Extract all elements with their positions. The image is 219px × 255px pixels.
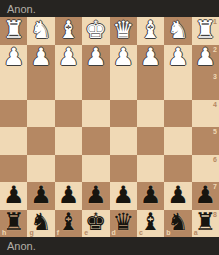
black-pawn[interactable]: ♟ [167, 183, 189, 207]
square-g5[interactable] [27, 127, 54, 155]
square-a6[interactable]: 6 [192, 155, 219, 183]
white-king[interactable]: ♚ [85, 18, 107, 42]
white-pawn[interactable]: ♟ [167, 45, 189, 69]
square-c6[interactable] [137, 155, 164, 183]
rank-label-8: 8 [213, 211, 217, 218]
square-f1[interactable]: ♝ [55, 17, 82, 45]
square-f8[interactable]: ♝f [55, 210, 82, 238]
player-name-top: Anon. [7, 3, 36, 15]
chess-board[interactable]: ♜♞♝♚♛♝♞♜1♟♟♟♟♟♟♟♟23456♟♟♟♟♟♟♟♟7♜h♞g♝f♚e♛… [0, 17, 219, 237]
file-label-e: e [84, 229, 88, 236]
file-label-d: d [112, 229, 116, 236]
square-b6[interactable] [164, 155, 191, 183]
square-e5[interactable] [82, 127, 109, 155]
square-g1[interactable]: ♞ [27, 17, 54, 45]
rank-label-1: 1 [213, 18, 217, 25]
black-bishop[interactable]: ♝ [140, 210, 162, 234]
white-pawn[interactable]: ♟ [3, 45, 25, 69]
black-pawn[interactable]: ♟ [85, 183, 107, 207]
square-b3[interactable] [164, 72, 191, 100]
player-bar-bottom: Anon. [0, 237, 219, 255]
square-b1[interactable]: ♞ [164, 17, 191, 45]
square-d5[interactable] [110, 127, 137, 155]
file-label-h: h [2, 229, 6, 236]
square-f6[interactable] [55, 155, 82, 183]
square-f3[interactable] [55, 72, 82, 100]
square-e4[interactable] [82, 100, 109, 128]
square-e1[interactable]: ♚ [82, 17, 109, 45]
square-e8[interactable]: ♚e [82, 210, 109, 238]
square-a1[interactable]: ♜1 [192, 17, 219, 45]
file-label-b: b [166, 229, 170, 236]
black-king[interactable]: ♚ [85, 210, 107, 234]
square-c5[interactable] [137, 127, 164, 155]
square-c4[interactable] [137, 100, 164, 128]
square-h5[interactable] [0, 127, 27, 155]
rank-label-5: 5 [213, 128, 217, 135]
player-bar-top: Anon. [0, 0, 219, 17]
square-b5[interactable] [164, 127, 191, 155]
white-pawn[interactable]: ♟ [58, 45, 80, 69]
square-g2[interactable]: ♟ [27, 45, 54, 73]
square-d2[interactable]: ♟ [110, 45, 137, 73]
square-f2[interactable]: ♟ [55, 45, 82, 73]
square-g4[interactable] [27, 100, 54, 128]
black-pawn[interactable]: ♟ [3, 183, 25, 207]
rank-label-6: 6 [213, 156, 217, 163]
square-f4[interactable] [55, 100, 82, 128]
square-a8[interactable]: ♜8a [192, 210, 219, 238]
square-c3[interactable] [137, 72, 164, 100]
square-b8[interactable]: ♞b [164, 210, 191, 238]
square-g6[interactable] [27, 155, 54, 183]
square-c8[interactable]: ♝c [137, 210, 164, 238]
square-d8[interactable]: ♛d [110, 210, 137, 238]
black-bishop[interactable]: ♝ [58, 210, 80, 234]
square-c2[interactable]: ♟ [137, 45, 164, 73]
square-g7[interactable]: ♟ [27, 182, 54, 210]
player-name-bottom: Anon. [7, 240, 36, 252]
black-pawn[interactable]: ♟ [112, 183, 134, 207]
square-a5[interactable]: 5 [192, 127, 219, 155]
rank-label-3: 3 [213, 73, 217, 80]
file-label-c: c [139, 229, 143, 236]
square-e3[interactable] [82, 72, 109, 100]
white-bishop[interactable]: ♝ [58, 18, 80, 42]
square-f7[interactable]: ♟ [55, 182, 82, 210]
square-e6[interactable] [82, 155, 109, 183]
square-d3[interactable] [110, 72, 137, 100]
square-a4[interactable]: 4 [192, 100, 219, 128]
square-d6[interactable] [110, 155, 137, 183]
white-bishop[interactable]: ♝ [140, 18, 162, 42]
square-h3[interactable] [0, 72, 27, 100]
square-h7[interactable]: ♟ [0, 182, 27, 210]
white-pawn[interactable]: ♟ [85, 45, 107, 69]
chess-app: Anon. ♜♞♝♚♛♝♞♜1♟♟♟♟♟♟♟♟23456♟♟♟♟♟♟♟♟7♜h♞… [0, 0, 219, 255]
white-queen[interactable]: ♛ [112, 18, 134, 42]
square-b2[interactable]: ♟ [164, 45, 191, 73]
rank-label-2: 2 [213, 46, 217, 53]
square-a7[interactable]: ♟7 [192, 182, 219, 210]
white-rook[interactable]: ♜ [3, 18, 25, 42]
square-a3[interactable]: 3 [192, 72, 219, 100]
square-e2[interactable]: ♟ [82, 45, 109, 73]
white-knight[interactable]: ♞ [30, 18, 52, 42]
square-b4[interactable] [164, 100, 191, 128]
file-label-a: a [194, 229, 198, 236]
square-h1[interactable]: ♜ [0, 17, 27, 45]
black-pawn[interactable]: ♟ [30, 183, 52, 207]
square-h4[interactable] [0, 100, 27, 128]
white-pawn[interactable]: ♟ [140, 45, 162, 69]
square-g3[interactable] [27, 72, 54, 100]
square-f5[interactable] [55, 127, 82, 155]
square-g8[interactable]: ♞g [27, 210, 54, 238]
square-h8[interactable]: ♜h [0, 210, 27, 238]
square-d4[interactable] [110, 100, 137, 128]
square-b7[interactable]: ♟ [164, 182, 191, 210]
square-c7[interactable]: ♟ [137, 182, 164, 210]
white-pawn[interactable]: ♟ [30, 45, 52, 69]
file-label-g: g [29, 229, 33, 236]
square-e7[interactable]: ♟ [82, 182, 109, 210]
black-pawn[interactable]: ♟ [58, 183, 80, 207]
square-a2[interactable]: ♟2 [192, 45, 219, 73]
square-h6[interactable] [0, 155, 27, 183]
file-label-f: f [57, 229, 59, 236]
square-d1[interactable]: ♛ [110, 17, 137, 45]
square-d7[interactable]: ♟ [110, 182, 137, 210]
white-knight[interactable]: ♞ [167, 18, 189, 42]
white-pawn[interactable]: ♟ [112, 45, 134, 69]
rank-label-4: 4 [213, 101, 217, 108]
rank-label-7: 7 [213, 183, 217, 190]
square-c1[interactable]: ♝ [137, 17, 164, 45]
black-pawn[interactable]: ♟ [140, 183, 162, 207]
square-h2[interactable]: ♟ [0, 45, 27, 73]
